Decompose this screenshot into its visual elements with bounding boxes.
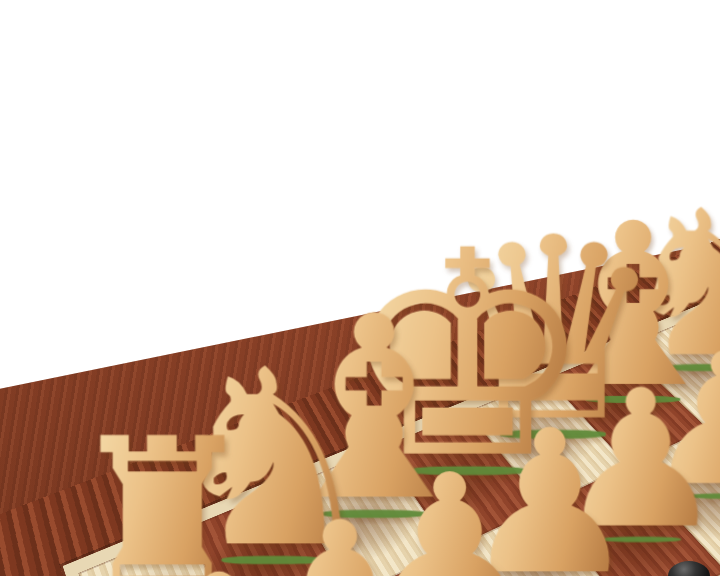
perspective-scene: ♜♞♝♚♛♝♞♜♟♟♟♟♟♟♟♟	[0, 0, 720, 576]
maple-inlay-frame: ♜♞♝♚♛♝♞♜♟♟♟♟♟♟♟♟	[63, 282, 720, 576]
squares-grid: ♜♞♝♚♛♝♞♜♟♟♟♟♟♟♟♟	[79, 291, 720, 576]
chess-set-photo: ♜♞♝♚♛♝♞♜♟♟♟♟♟♟♟♟	[0, 0, 720, 576]
white-pawn: ♟	[118, 555, 322, 576]
chess-board: ♜♞♝♚♛♝♞♜♟♟♟♟♟♟♟♟	[0, 230, 720, 576]
